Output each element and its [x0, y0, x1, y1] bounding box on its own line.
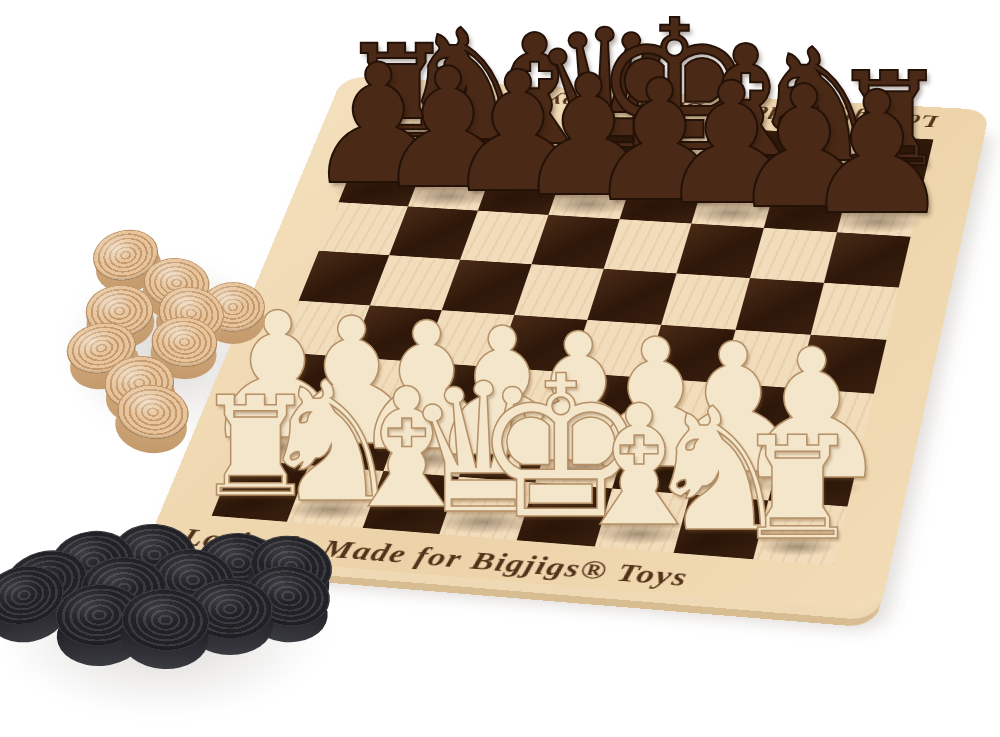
square-h6	[824, 232, 911, 287]
board-grid	[212, 109, 934, 566]
square-g1	[674, 494, 769, 559]
square-g8	[777, 132, 861, 184]
square-h2	[768, 444, 861, 507]
square-g3	[706, 383, 797, 444]
scene: Lovingly Made for Bigjigs® Toys Lovingly…	[0, 0, 1000, 737]
checker-disc-dark_pile-10	[119, 587, 211, 671]
square-g7	[764, 179, 850, 232]
square-h8	[849, 136, 933, 188]
square-g6	[750, 228, 837, 283]
square-h4	[797, 335, 887, 394]
square-h1	[753, 500, 847, 565]
square-h7	[837, 183, 922, 236]
square-f8	[706, 128, 791, 179]
square-h5	[811, 283, 899, 340]
square-g2	[690, 438, 783, 501]
square-f6	[676, 224, 763, 279]
checker-disc-light_pile-9	[112, 380, 193, 457]
square-h3	[783, 388, 874, 449]
square-f5	[661, 273, 750, 329]
square-f7	[691, 175, 777, 228]
square-g5	[736, 278, 824, 335]
square-g4	[721, 330, 811, 389]
